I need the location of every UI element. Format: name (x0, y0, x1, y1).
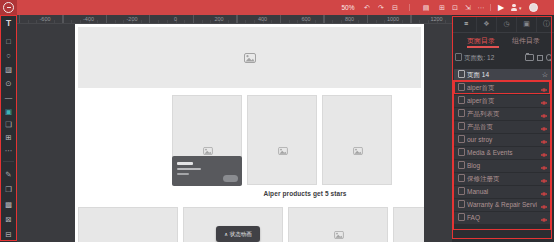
frame-tool[interactable]: ▣ (0, 105, 17, 118)
tab-component-directory[interactable]: 组件目录 (512, 34, 540, 47)
page-name: aiper首页 (467, 84, 494, 91)
design-app-window: 50% ↶ ↷ ⊟ ▤ ⊞ ⊡ ⇲ ⋯ ▶ ▾ T □ ○ ▨ ⊙ ― ▣ ❑ … (0, 0, 554, 242)
text-tool[interactable]: T (0, 17, 17, 30)
image-placeholder-icon (334, 225, 344, 242)
app-logo[interactable] (0, 0, 17, 15)
page-row[interactable]: aiper首页 (454, 95, 551, 107)
search-icon[interactable] (546, 54, 553, 61)
visibility-eye-icon[interactable] (540, 176, 548, 185)
image-placeholder-icon (278, 141, 288, 159)
ruler-label: -200 (126, 15, 137, 23)
page-row[interactable]: Warranty & Repair Servi (454, 199, 551, 211)
wireframe-section-title: Aiper products get 5 stars (205, 190, 405, 197)
folder-icon[interactable] (525, 54, 534, 61)
image-placeholder-icon (353, 141, 363, 159)
page-name: 产品列表页 (467, 110, 500, 117)
page-row[interactable]: Media & Events (454, 147, 551, 159)
page-count-label: 页面数: 12 (464, 54, 494, 61)
ruler-label: 0 (174, 15, 177, 23)
export-tool[interactable]: ⊟ (0, 228, 17, 241)
page-name: Blog (467, 162, 480, 169)
page-icon (458, 200, 465, 208)
page-icon (458, 213, 465, 221)
right-panel: ≡ ❖ ◷ ▣ ⓘ 页面目录 组件目录 页面数: 12 页面 14 ☆ aipe… (452, 15, 554, 242)
ruler-label: 200 (214, 15, 223, 23)
person-icon (510, 4, 518, 12)
user-avatar[interactable] (529, 3, 538, 12)
page-name: Manual (467, 188, 488, 195)
export-icon[interactable]: ⇲ (462, 0, 474, 15)
grid-tool[interactable]: ⊞ (0, 131, 17, 144)
state-animation-label: 状态动画 (230, 231, 252, 238)
page-icon (458, 148, 465, 156)
left-toolbar: T □ ○ ▨ ⊙ ― ▣ ❑ ⊞ ⋯ ✎ ❐ ▩ ⊠ ⊟ (0, 15, 17, 242)
panel-icon-tabs: ≡ ❖ ◷ ▣ ⓘ (452, 16, 554, 33)
visibility-eye-icon[interactable] (540, 215, 548, 224)
components-tab[interactable]: ▣ (516, 16, 536, 32)
visibility-eye-icon[interactable] (540, 124, 548, 133)
topbar-divider (409, 4, 410, 11)
collaborate-button[interactable]: ▾ (510, 0, 522, 15)
ruler-label: 400 (258, 15, 267, 23)
page-list-actions (525, 53, 553, 62)
review-card (393, 207, 424, 242)
visibility-eye-icon[interactable] (540, 85, 548, 94)
toolbar-divider (3, 161, 14, 162)
plugin-tool[interactable]: ⊠ (0, 213, 17, 226)
page-name: Warranty & Repair Servi (467, 201, 537, 208)
page-row[interactable]: Blog (454, 160, 551, 172)
page-icon (458, 187, 465, 195)
overlay-pill-button (223, 175, 238, 182)
page-icon (458, 109, 465, 117)
component-tool[interactable]: ❑ (0, 118, 17, 131)
info-tab[interactable]: ⓘ (536, 16, 554, 32)
page-name: 产品首页 (467, 123, 493, 130)
page-row[interactable]: our stroy (454, 134, 551, 146)
comment-tool[interactable]: ✎ (0, 168, 17, 181)
visibility-eye-icon[interactable] (540, 137, 548, 146)
visibility-eye-icon[interactable] (540, 189, 548, 198)
ruler-label: 1000 (387, 15, 399, 23)
page-row[interactable]: 产品首页 (454, 121, 551, 133)
visibility-eye-icon[interactable] (540, 98, 548, 107)
page-row[interactable]: 产品列表页 (454, 108, 551, 120)
resources-tab[interactable]: ❖ (476, 16, 496, 32)
ruler-label: -400 (83, 15, 94, 23)
review-card (288, 207, 388, 242)
rectangle-tool[interactable]: □ (0, 35, 17, 48)
ruler-label: 600 (301, 15, 310, 23)
page-icon (458, 122, 465, 130)
clipboard-icon[interactable]: ▤ (420, 0, 432, 15)
page-name: aiper首页 (467, 97, 494, 104)
topbar: 50% ↶ ↷ ⊟ ▤ ⊞ ⊡ ⇲ ⋯ ▶ ▾ (0, 0, 554, 15)
visibility-eye-icon[interactable] (540, 111, 548, 120)
component-icon[interactable]: ⊡ (449, 0, 461, 15)
page-icon (458, 96, 465, 104)
page-row[interactable]: 保修注册页 (454, 173, 551, 185)
image-tool[interactable]: ▨ (0, 63, 17, 76)
page-icon (458, 83, 465, 91)
page-icon (458, 174, 465, 182)
layers-tab[interactable]: ≡ (456, 16, 476, 32)
more-tools-button[interactable]: ⋯ (0, 144, 17, 157)
present-play-button[interactable]: ▶ (495, 0, 507, 15)
hero-placeholder-block (78, 27, 421, 88)
card-hover-overlay (172, 156, 242, 186)
line-tool[interactable]: ― (0, 91, 17, 104)
page-row[interactable]: FAQ (454, 212, 551, 224)
layers-tool[interactable]: ▩ (0, 198, 17, 211)
more-icon[interactable]: ⋯ (475, 0, 487, 15)
page-icon (458, 161, 465, 169)
page-row[interactable]: aiper首页 (454, 82, 551, 94)
active-tab-underline (467, 46, 499, 48)
page-name: 保修注册页 (467, 175, 500, 182)
ellipse-tool[interactable]: ○ (0, 49, 17, 62)
star-icon[interactable]: ☆ (542, 69, 548, 81)
page-name: Media & Events (467, 149, 513, 156)
page-name: FAQ (467, 214, 480, 221)
placeholder-text-line (177, 173, 189, 175)
page-name: our stroy (467, 136, 492, 143)
review-card (78, 207, 178, 242)
history-tab[interactable]: ◷ (496, 16, 516, 32)
product-card (322, 95, 392, 185)
redo-icon[interactable]: ↷ (375, 0, 387, 15)
horizontal-ruler: -600 -400 -200 0 200 400 600 800 1000 12… (17, 15, 452, 24)
visibility-eye-icon[interactable] (540, 202, 548, 211)
layout-icon[interactable]: ⊞ (436, 0, 448, 15)
logo-icon (3, 2, 14, 13)
ruler-label: 800 (345, 15, 354, 23)
page-row[interactable]: Manual (454, 186, 551, 198)
chevron-down-icon: ▾ (519, 5, 522, 11)
ruler-label: 1200 (430, 15, 442, 23)
canvas[interactable]: Aiper products get 5 stars ∧ 状态动画 (17, 15, 452, 242)
visibility-eye-icon[interactable] (540, 150, 548, 159)
product-card (247, 95, 317, 185)
topbar-divider (490, 4, 491, 11)
page-icon (458, 70, 465, 78)
ruler-label: -600 (39, 15, 50, 23)
page-icon (458, 135, 465, 143)
chevron-up-icon: ∧ (224, 231, 228, 237)
page-row-current[interactable]: 页面 14 ☆ (454, 69, 551, 81)
slice-tool[interactable]: ❐ (0, 183, 17, 196)
page-icon (455, 53, 462, 61)
placeholder-text-line (177, 168, 201, 170)
page-frame[interactable]: Aiper products get 5 stars ∧ 状态动画 (75, 19, 424, 242)
placeholder-text-line (177, 162, 193, 165)
state-animation-button[interactable]: ∧ 状态动画 (216, 226, 260, 242)
history-icon[interactable]: ⊟ (389, 0, 401, 15)
undo-icon[interactable]: ↶ (361, 0, 373, 15)
grid-view-icon[interactable] (537, 55, 543, 61)
image-placeholder-icon (244, 49, 256, 67)
zoom-level[interactable]: 50% (336, 0, 360, 15)
resource-tool[interactable]: ⊙ (0, 77, 17, 90)
visibility-eye-icon[interactable] (540, 163, 548, 172)
page-name: 页面 14 (467, 71, 489, 78)
